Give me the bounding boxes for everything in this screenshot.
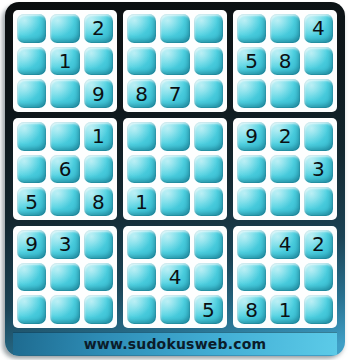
cell-r1c6[interactable]: [194, 14, 223, 43]
cell-r1c7[interactable]: [237, 14, 266, 43]
cell-r4c5[interactable]: [160, 122, 189, 151]
cell-r4c6[interactable]: [194, 122, 223, 151]
cell-r8c6[interactable]: [194, 263, 223, 292]
cell-r2c3[interactable]: [84, 47, 113, 76]
cell-r6c2[interactable]: [50, 187, 79, 216]
cell-r3c3[interactable]: 9: [84, 79, 113, 108]
cell-r1c5[interactable]: [160, 14, 189, 43]
cell-r7c5[interactable]: [160, 230, 189, 259]
box-8: 45: [123, 226, 227, 328]
cell-r4c8[interactable]: 2: [270, 122, 299, 151]
cell-r5c9[interactable]: 3: [304, 155, 333, 184]
cell-r2c4[interactable]: [127, 47, 156, 76]
cell-r9c6[interactable]: 5: [194, 295, 223, 324]
cell-r9c4[interactable]: [127, 295, 156, 324]
site-footer: www.sudokusweb.com: [13, 332, 337, 355]
cell-r3c8[interactable]: [270, 79, 299, 108]
cell-r6c5[interactable]: [160, 187, 189, 216]
cell-r7c9[interactable]: 2: [304, 230, 333, 259]
sudoku-widget: 219874581658192393454281 www.sudokusweb.…: [5, 2, 345, 356]
cell-r6c3[interactable]: 8: [84, 187, 113, 216]
cell-r4c4[interactable]: [127, 122, 156, 151]
cell-r7c3[interactable]: [84, 230, 113, 259]
cell-r7c6[interactable]: [194, 230, 223, 259]
cell-r1c1[interactable]: [17, 14, 46, 43]
cell-r5c3[interactable]: [84, 155, 113, 184]
cell-r4c1[interactable]: [17, 122, 46, 151]
cell-r2c1[interactable]: [17, 47, 46, 76]
cell-r9c1[interactable]: [17, 295, 46, 324]
cell-r7c1[interactable]: 9: [17, 230, 46, 259]
cell-r6c7[interactable]: [237, 187, 266, 216]
cell-r9c9[interactable]: [304, 295, 333, 324]
cell-r2c8[interactable]: 8: [270, 47, 299, 76]
cell-r5c2[interactable]: 6: [50, 155, 79, 184]
cell-r7c8[interactable]: 4: [270, 230, 299, 259]
cell-r6c4[interactable]: 1: [127, 187, 156, 216]
cell-r8c8[interactable]: [270, 263, 299, 292]
cell-r4c2[interactable]: [50, 122, 79, 151]
cell-r6c1[interactable]: 5: [17, 187, 46, 216]
cell-r3c6[interactable]: [194, 79, 223, 108]
cell-r6c6[interactable]: [194, 187, 223, 216]
cell-r4c7[interactable]: 9: [237, 122, 266, 151]
cell-r2c9[interactable]: [304, 47, 333, 76]
cell-r5c5[interactable]: [160, 155, 189, 184]
cell-r9c5[interactable]: [160, 295, 189, 324]
cell-r8c9[interactable]: [304, 263, 333, 292]
cell-r9c2[interactable]: [50, 295, 79, 324]
cell-r3c9[interactable]: [304, 79, 333, 108]
cell-r6c8[interactable]: [270, 187, 299, 216]
box-6: 923: [233, 118, 337, 220]
cell-r1c2[interactable]: [50, 14, 79, 43]
cell-r6c9[interactable]: [304, 187, 333, 216]
cell-r3c5[interactable]: 7: [160, 79, 189, 108]
cell-r7c4[interactable]: [127, 230, 156, 259]
cell-r5c8[interactable]: [270, 155, 299, 184]
cell-r5c7[interactable]: [237, 155, 266, 184]
cell-r4c9[interactable]: [304, 122, 333, 151]
box-3: 458: [233, 10, 337, 112]
cell-r5c4[interactable]: [127, 155, 156, 184]
cell-r2c6[interactable]: [194, 47, 223, 76]
cell-r8c7[interactable]: [237, 263, 266, 292]
cell-r8c4[interactable]: [127, 263, 156, 292]
cell-r7c7[interactable]: [237, 230, 266, 259]
cell-r5c6[interactable]: [194, 155, 223, 184]
box-4: 1658: [13, 118, 117, 220]
cell-r9c3[interactable]: [84, 295, 113, 324]
cell-r2c7[interactable]: 5: [237, 47, 266, 76]
cell-r1c4[interactable]: [127, 14, 156, 43]
cell-r5c1[interactable]: [17, 155, 46, 184]
cell-r9c8[interactable]: 1: [270, 295, 299, 324]
cell-r3c2[interactable]: [50, 79, 79, 108]
cell-r2c5[interactable]: [160, 47, 189, 76]
cell-r1c9[interactable]: 4: [304, 14, 333, 43]
site-url-link[interactable]: www.sudokusweb.com: [84, 336, 267, 352]
box-7: 93: [13, 226, 117, 328]
cell-r9c7[interactable]: 8: [237, 295, 266, 324]
cell-r3c1[interactable]: [17, 79, 46, 108]
cell-r8c2[interactable]: [50, 263, 79, 292]
cell-r8c1[interactable]: [17, 263, 46, 292]
cell-r3c4[interactable]: 8: [127, 79, 156, 108]
cell-r7c2[interactable]: 3: [50, 230, 79, 259]
sudoku-board: 219874581658192393454281: [13, 10, 337, 328]
box-9: 4281: [233, 226, 337, 328]
cell-r2c2[interactable]: 1: [50, 47, 79, 76]
cell-r3c7[interactable]: [237, 79, 266, 108]
cell-r8c3[interactable]: [84, 263, 113, 292]
cell-r1c8[interactable]: [270, 14, 299, 43]
cell-r8c5[interactable]: 4: [160, 263, 189, 292]
cell-r1c3[interactable]: 2: [84, 14, 113, 43]
box-5: 1: [123, 118, 227, 220]
box-2: 87: [123, 10, 227, 112]
cell-r4c3[interactable]: 1: [84, 122, 113, 151]
box-1: 219: [13, 10, 117, 112]
